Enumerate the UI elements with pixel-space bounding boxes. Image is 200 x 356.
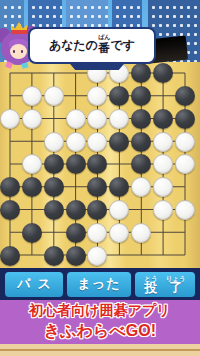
white-stone xyxy=(87,109,107,129)
white-stone xyxy=(66,132,86,152)
board-cell-f6[interactable] xyxy=(108,176,130,199)
board-cell-h3[interactable] xyxy=(152,108,174,131)
white-stone xyxy=(87,246,107,266)
black-stone xyxy=(0,200,20,220)
board-cell-h4[interactable] xyxy=(152,130,174,153)
bubble-text-after: です xyxy=(110,37,135,54)
white-stone xyxy=(0,109,20,129)
white-stone xyxy=(44,132,64,152)
black-stone xyxy=(0,177,20,197)
board-intersections xyxy=(0,62,196,267)
board-cell-f5[interactable] xyxy=(108,153,130,176)
black-stone xyxy=(175,109,195,129)
board-cell-e8[interactable] xyxy=(87,221,109,244)
board-cell-i7[interactable] xyxy=(174,199,196,222)
board-cell-g1[interactable] xyxy=(130,62,152,85)
board-cell-f3[interactable] xyxy=(108,108,130,131)
board-cell-i6[interactable] xyxy=(174,176,196,199)
board-cell-a4[interactable] xyxy=(0,130,21,153)
white-stone xyxy=(22,109,42,129)
eye-icon xyxy=(21,50,23,53)
black-stone xyxy=(175,86,195,106)
board-cell-d8[interactable] xyxy=(65,221,87,244)
resign-char-1: とう投 xyxy=(144,275,157,293)
board-cell-d2[interactable] xyxy=(65,85,87,108)
white-stone xyxy=(87,223,107,243)
board-cell-b5[interactable] xyxy=(21,153,43,176)
board-cell-f9[interactable] xyxy=(108,244,130,267)
promo-banner: 初心者向け囲碁アプリ きふわらべGO! xyxy=(0,300,200,344)
white-stone xyxy=(131,177,151,197)
pass-button[interactable]: パス xyxy=(5,272,63,297)
white-stone xyxy=(153,200,173,220)
board-cell-e6[interactable] xyxy=(87,176,109,199)
black-stone xyxy=(44,246,64,266)
board-cell-d4[interactable] xyxy=(65,130,87,153)
action-button-bar: パス まった とう投 りょう了 xyxy=(0,268,200,300)
board-cell-h1[interactable] xyxy=(152,62,174,85)
black-stone xyxy=(109,132,129,152)
black-stone xyxy=(66,154,86,174)
undo-button[interactable]: まった xyxy=(67,272,131,297)
board-cell-f7[interactable] xyxy=(108,199,130,222)
white-stone xyxy=(153,177,173,197)
board-cell-a2[interactable] xyxy=(0,85,21,108)
white-stone xyxy=(22,154,42,174)
white-stone xyxy=(153,132,173,152)
board-cell-c9[interactable] xyxy=(43,244,65,267)
resign-kanji-2: 了 xyxy=(169,282,182,293)
go-board xyxy=(0,62,200,268)
white-stone xyxy=(44,86,64,106)
white-stone xyxy=(87,86,107,106)
black-stone xyxy=(22,177,42,197)
white-stone xyxy=(87,132,107,152)
board-cell-i3[interactable] xyxy=(174,108,196,131)
board-cell-d7[interactable] xyxy=(65,199,87,222)
board-cell-f8[interactable] xyxy=(108,221,130,244)
white-stone xyxy=(175,200,195,220)
board-cell-a5[interactable] xyxy=(0,153,21,176)
board-cell-a8[interactable] xyxy=(0,221,21,244)
black-stone xyxy=(131,109,151,129)
board-cell-e4[interactable] xyxy=(87,130,109,153)
white-stone xyxy=(109,223,129,243)
board-cell-e9[interactable] xyxy=(87,244,109,267)
board-cell-g5[interactable] xyxy=(130,153,152,176)
resign-char-2: りょう了 xyxy=(166,275,186,293)
board-cell-b9[interactable] xyxy=(21,244,43,267)
board-cell-g8[interactable] xyxy=(130,221,152,244)
board-cell-h7[interactable] xyxy=(152,199,174,222)
board-cell-b4[interactable] xyxy=(21,130,43,153)
board-cell-c8[interactable] xyxy=(43,221,65,244)
board-cell-a7[interactable] xyxy=(0,199,21,222)
board-cell-a6[interactable] xyxy=(0,176,21,199)
board-cell-f2[interactable] xyxy=(108,85,130,108)
gem-icon xyxy=(21,62,28,68)
black-stone xyxy=(131,86,151,106)
bottom-floor xyxy=(0,344,200,356)
black-stone xyxy=(153,63,173,83)
black-stone xyxy=(66,200,86,220)
resign-kanji-1: 投 xyxy=(145,282,158,293)
black-stone xyxy=(44,154,64,174)
black-stone xyxy=(109,86,129,106)
white-stone xyxy=(109,200,129,220)
board-cell-c7[interactable] xyxy=(43,199,65,222)
white-stone xyxy=(66,109,86,129)
black-stone xyxy=(153,109,173,129)
crown-band-icon xyxy=(11,30,27,34)
black-stone xyxy=(44,177,64,197)
board-cell-e3[interactable] xyxy=(87,108,109,131)
eye-icon xyxy=(13,50,15,53)
board-cell-f4[interactable] xyxy=(108,130,130,153)
black-stone xyxy=(66,223,86,243)
board-cell-h6[interactable] xyxy=(152,176,174,199)
board-cell-c1[interactable] xyxy=(43,62,65,85)
board-cell-d9[interactable] xyxy=(65,244,87,267)
board-cell-b6[interactable] xyxy=(21,176,43,199)
board-cell-g7[interactable] xyxy=(130,199,152,222)
black-stone xyxy=(131,132,151,152)
board-cell-c3[interactable] xyxy=(43,108,65,131)
board-cell-b2[interactable] xyxy=(21,85,43,108)
black-stone xyxy=(109,177,129,197)
board-cell-e2[interactable] xyxy=(87,85,109,108)
black-stone xyxy=(131,154,151,174)
gem-icon xyxy=(5,61,13,69)
board-cell-c4[interactable] xyxy=(43,130,65,153)
board-cell-d5[interactable] xyxy=(65,153,87,176)
bubble-ruby: ばん番 xyxy=(98,35,110,57)
board-cell-h9[interactable] xyxy=(152,244,174,267)
white-stone xyxy=(153,154,173,174)
board-cell-c2[interactable] xyxy=(43,85,65,108)
bubble-text-before: あなたの xyxy=(49,37,98,54)
white-stone xyxy=(175,132,195,152)
board-cell-h5[interactable] xyxy=(152,153,174,176)
board-cell-a3[interactable] xyxy=(0,108,21,131)
board-cell-i1[interactable] xyxy=(174,62,196,85)
board-cell-h8[interactable] xyxy=(152,221,174,244)
black-stone xyxy=(87,200,107,220)
black-stone xyxy=(87,154,107,174)
white-stone xyxy=(22,86,42,106)
resign-button[interactable]: とう投 りょう了 xyxy=(135,272,195,297)
board-cell-i8[interactable] xyxy=(174,221,196,244)
board-cell-g4[interactable] xyxy=(130,130,152,153)
board-cell-d6[interactable] xyxy=(65,176,87,199)
board-cell-b3[interactable] xyxy=(21,108,43,131)
black-stone xyxy=(0,246,20,266)
black-stone xyxy=(44,200,64,220)
floor-line xyxy=(0,349,200,351)
board-cell-e7[interactable] xyxy=(87,199,109,222)
board-cell-h2[interactable] xyxy=(152,85,174,108)
board-cell-e5[interactable] xyxy=(87,153,109,176)
promo-line-1: 初心者向け囲碁アプリ xyxy=(29,302,170,320)
board-cell-g6[interactable] xyxy=(130,176,152,199)
white-stone xyxy=(131,223,151,243)
white-stone xyxy=(175,154,195,174)
board-cell-c6[interactable] xyxy=(43,176,65,199)
bubble-kanji: 番 xyxy=(98,40,110,57)
black-stone xyxy=(22,223,42,243)
black-stone xyxy=(66,246,86,266)
board-cell-b7[interactable] xyxy=(21,199,43,222)
board-cell-a9[interactable] xyxy=(0,244,21,267)
white-stone xyxy=(109,109,129,129)
app-screen: あなたのばん番です パス まった とう投 りょう了 初心者向け囲碁アプリ きふわ… xyxy=(0,0,200,356)
board-cell-i9[interactable] xyxy=(174,244,196,267)
promo-line-2: きふわらべGO! xyxy=(44,321,156,342)
board-cell-g3[interactable] xyxy=(130,108,152,131)
board-cell-d3[interactable] xyxy=(65,108,87,131)
board-cell-g2[interactable] xyxy=(130,85,152,108)
board-cell-i5[interactable] xyxy=(174,153,196,176)
black-stone xyxy=(131,63,151,83)
board-cell-i4[interactable] xyxy=(174,130,196,153)
board-cell-c5[interactable] xyxy=(43,153,65,176)
board-cell-g9[interactable] xyxy=(130,244,152,267)
board-cell-i2[interactable] xyxy=(174,85,196,108)
board-cell-b8[interactable] xyxy=(21,221,43,244)
turn-status-bubble: あなたのばん番です xyxy=(28,27,156,64)
black-stone xyxy=(87,177,107,197)
